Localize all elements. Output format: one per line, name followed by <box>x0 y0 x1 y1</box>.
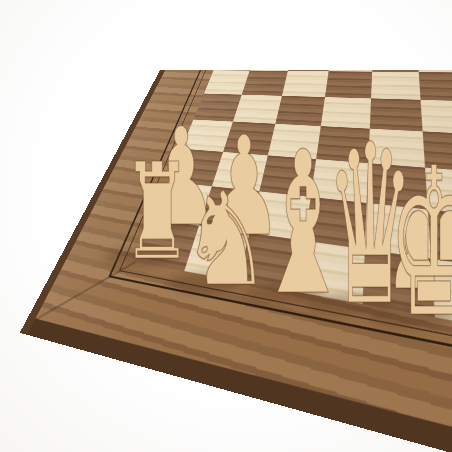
board-photo: ♟♟♜♞♟♝♛♚ <box>0 0 452 452</box>
square-b6[interactable] <box>242 71 288 96</box>
square-c6[interactable] <box>282 71 329 97</box>
square-f6[interactable] <box>419 72 452 101</box>
square-d6[interactable] <box>325 71 372 98</box>
king-e1[interactable]: ♚ <box>388 141 452 346</box>
square-e6[interactable] <box>371 72 421 100</box>
